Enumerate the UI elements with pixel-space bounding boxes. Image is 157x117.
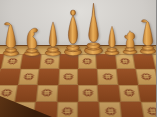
- piece-knight[interactable]: [121, 24, 139, 55]
- piece-bishop[interactable]: [103, 23, 121, 56]
- piece-rook[interactable]: [1, 20, 21, 57]
- pieces-layer: [0, 0, 156, 117]
- piece-queen[interactable]: [62, 8, 84, 57]
- piece-bishop[interactable]: [43, 18, 63, 57]
- piece-king[interactable]: [82, 2, 105, 56]
- piece-knight[interactable]: [22, 23, 42, 57]
- piece-rook[interactable]: [138, 17, 157, 55]
- chess-set-photo: [0, 0, 156, 117]
